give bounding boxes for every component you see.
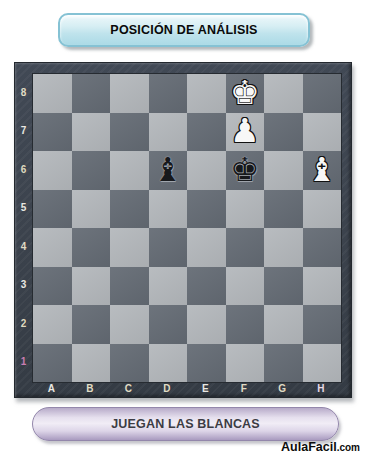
square-d6: ♝	[149, 151, 188, 190]
square-c8	[110, 74, 149, 113]
square-f6: ♚	[226, 151, 265, 190]
square-c2	[110, 305, 149, 344]
file-label-B: B	[71, 380, 110, 397]
square-e6	[187, 151, 226, 190]
square-g7	[264, 113, 303, 152]
file-label-F: F	[225, 380, 264, 397]
brand-suffix: .com	[337, 442, 360, 452]
square-f2	[226, 305, 265, 344]
square-h6: ♝	[303, 151, 342, 190]
square-b3	[72, 267, 111, 306]
square-c3	[110, 267, 149, 306]
square-g2	[264, 305, 303, 344]
square-c7	[110, 113, 149, 152]
square-f7: ♟	[226, 113, 265, 152]
black-king: ♚	[230, 153, 260, 186]
page: POSICIÓN DE ANÁLISIS 87654321 ♚♟♝♚♝ ABCD…	[0, 0, 365, 452]
square-d5	[149, 190, 188, 229]
brand-logo: AulaFacil.com	[281, 437, 360, 452]
rank-label-5: 5	[15, 189, 32, 228]
square-g1	[264, 344, 303, 383]
square-b8	[72, 74, 111, 113]
rank-label-8: 8	[15, 73, 32, 112]
rank-label-4: 4	[15, 227, 32, 266]
square-g4	[264, 228, 303, 267]
square-e4	[187, 228, 226, 267]
square-d7	[149, 113, 188, 152]
rank-label-7: 7	[15, 112, 32, 151]
square-a7	[33, 113, 72, 152]
white-bishop: ♝	[307, 153, 337, 186]
square-f3	[226, 267, 265, 306]
square-f8: ♚	[226, 74, 265, 113]
square-c1	[110, 344, 149, 383]
square-b1	[72, 344, 111, 383]
chess-board: 87654321 ♚♟♝♚♝ ABCDEFGH	[14, 62, 352, 398]
square-e1	[187, 344, 226, 383]
square-c4	[110, 228, 149, 267]
square-a8	[33, 74, 72, 113]
file-label-E: E	[186, 380, 225, 397]
file-label-H: H	[302, 380, 341, 397]
square-h3	[303, 267, 342, 306]
square-d1	[149, 344, 188, 383]
square-h2	[303, 305, 342, 344]
file-label-A: A	[32, 380, 71, 397]
white-pawn: ♟	[230, 114, 260, 147]
square-c5	[110, 190, 149, 229]
file-label-C: C	[109, 380, 148, 397]
square-e2	[187, 305, 226, 344]
square-f4	[226, 228, 265, 267]
square-a1	[33, 344, 72, 383]
square-b6	[72, 151, 111, 190]
square-b2	[72, 305, 111, 344]
square-f1	[226, 344, 265, 383]
square-g3	[264, 267, 303, 306]
file-label-D: D	[148, 380, 187, 397]
square-f5	[226, 190, 265, 229]
rank-label-6: 6	[15, 150, 32, 189]
square-b7	[72, 113, 111, 152]
rank-label-1: 1	[15, 343, 32, 382]
square-h1	[303, 344, 342, 383]
square-g6	[264, 151, 303, 190]
header-banner: POSICIÓN DE ANÁLISIS	[58, 13, 310, 47]
square-e7	[187, 113, 226, 152]
square-a5	[33, 190, 72, 229]
board-squares: ♚♟♝♚♝	[32, 73, 342, 383]
square-e5	[187, 190, 226, 229]
square-e3	[187, 267, 226, 306]
black-bishop: ♝	[153, 153, 183, 186]
square-h7	[303, 113, 342, 152]
white-king: ♚	[230, 76, 260, 109]
square-g8	[264, 74, 303, 113]
square-h8	[303, 74, 342, 113]
rank-label-2: 2	[15, 304, 32, 343]
square-d3	[149, 267, 188, 306]
rank-label-3: 3	[15, 266, 32, 305]
square-e8	[187, 74, 226, 113]
square-d2	[149, 305, 188, 344]
square-g5	[264, 190, 303, 229]
square-a4	[33, 228, 72, 267]
square-a2	[33, 305, 72, 344]
brand-name: AulaFacil	[281, 440, 337, 452]
square-a3	[33, 267, 72, 306]
rank-labels: 87654321	[15, 73, 32, 381]
footer-banner: JUEGAN LAS BLANCAS	[32, 407, 339, 441]
file-label-G: G	[263, 380, 302, 397]
square-h4	[303, 228, 342, 267]
header-title: POSICIÓN DE ANÁLISIS	[110, 23, 257, 37]
square-a6	[33, 151, 72, 190]
square-d8	[149, 74, 188, 113]
square-h5	[303, 190, 342, 229]
square-c6	[110, 151, 149, 190]
square-d4	[149, 228, 188, 267]
footer-banner-text: JUEGAN LAS BLANCAS	[111, 417, 260, 431]
square-b5	[72, 190, 111, 229]
file-labels: ABCDEFGH	[32, 380, 340, 397]
square-b4	[72, 228, 111, 267]
